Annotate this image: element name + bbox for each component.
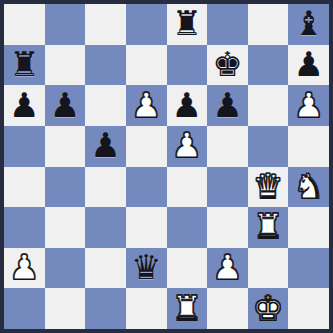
square-a3[interactable] [4,207,45,248]
square-d4[interactable] [126,167,167,208]
chess-board-frame: ♜♝♜♚♟♟♟♟♟♟♟♟♟♛♞♜♟♛♟♜♚ [0,0,333,333]
square-h6[interactable]: ♟ [288,85,329,126]
square-a7[interactable]: ♜ [4,45,45,86]
piece-white-pawn[interactable]: ♟ [212,250,242,284]
square-h1[interactable] [288,288,329,329]
square-b7[interactable] [45,45,86,86]
piece-black-king[interactable]: ♚ [212,47,242,81]
square-b3[interactable] [45,207,86,248]
piece-white-rook[interactable]: ♜ [253,209,283,243]
square-b8[interactable] [45,4,86,45]
piece-black-rook[interactable]: ♜ [172,6,202,40]
piece-white-pawn[interactable]: ♟ [293,88,323,122]
square-h4[interactable]: ♞ [288,167,329,208]
square-b4[interactable] [45,167,86,208]
square-b2[interactable] [45,248,86,289]
square-c3[interactable] [85,207,126,248]
piece-black-pawn[interactable]: ♟ [212,88,242,122]
square-f3[interactable] [207,207,248,248]
square-d8[interactable] [126,4,167,45]
piece-white-king[interactable]: ♚ [253,291,283,325]
square-g5[interactable] [248,126,289,167]
square-g8[interactable] [248,4,289,45]
square-a6[interactable]: ♟ [4,85,45,126]
square-d1[interactable] [126,288,167,329]
square-c6[interactable] [85,85,126,126]
piece-white-rook[interactable]: ♜ [172,291,202,325]
square-h3[interactable] [288,207,329,248]
square-f4[interactable] [207,167,248,208]
square-h7[interactable]: ♟ [288,45,329,86]
square-c5[interactable]: ♟ [85,126,126,167]
square-g4[interactable]: ♛ [248,167,289,208]
square-b1[interactable] [45,288,86,329]
square-d5[interactable] [126,126,167,167]
square-b6[interactable]: ♟ [45,85,86,126]
square-e6[interactable]: ♟ [167,85,208,126]
square-g7[interactable] [248,45,289,86]
square-f6[interactable]: ♟ [207,85,248,126]
square-g1[interactable]: ♚ [248,288,289,329]
piece-black-pawn[interactable]: ♟ [90,128,120,162]
square-c7[interactable] [85,45,126,86]
square-a4[interactable] [4,167,45,208]
square-c1[interactable] [85,288,126,329]
chess-board: ♜♝♜♚♟♟♟♟♟♟♟♟♟♛♞♜♟♛♟♜♚ [4,4,329,329]
square-g2[interactable] [248,248,289,289]
square-e7[interactable] [167,45,208,86]
square-e3[interactable] [167,207,208,248]
piece-black-pawn[interactable]: ♟ [50,88,80,122]
piece-white-knight[interactable]: ♞ [293,169,323,203]
square-c2[interactable] [85,248,126,289]
square-g6[interactable] [248,85,289,126]
square-a5[interactable] [4,126,45,167]
piece-white-pawn[interactable]: ♟ [9,250,39,284]
square-c8[interactable] [85,4,126,45]
square-e8[interactable]: ♜ [167,4,208,45]
square-a2[interactable]: ♟ [4,248,45,289]
square-d6[interactable]: ♟ [126,85,167,126]
square-d7[interactable] [126,45,167,86]
square-h2[interactable] [288,248,329,289]
square-h8[interactable]: ♝ [288,4,329,45]
piece-black-pawn[interactable]: ♟ [172,88,202,122]
piece-black-queen[interactable]: ♛ [131,250,161,284]
square-d3[interactable] [126,207,167,248]
square-f2[interactable]: ♟ [207,248,248,289]
square-e5[interactable]: ♟ [167,126,208,167]
square-a8[interactable] [4,4,45,45]
piece-white-pawn[interactable]: ♟ [172,128,202,162]
piece-white-pawn[interactable]: ♟ [131,88,161,122]
piece-black-bishop[interactable]: ♝ [293,6,323,40]
square-g3[interactable]: ♜ [248,207,289,248]
piece-black-pawn[interactable]: ♟ [9,88,39,122]
square-e2[interactable] [167,248,208,289]
square-h5[interactable] [288,126,329,167]
piece-white-queen[interactable]: ♛ [253,169,283,203]
square-e1[interactable]: ♜ [167,288,208,329]
square-f8[interactable] [207,4,248,45]
square-a1[interactable] [4,288,45,329]
piece-black-rook[interactable]: ♜ [9,47,39,81]
square-f5[interactable] [207,126,248,167]
square-c4[interactable] [85,167,126,208]
square-d2[interactable]: ♛ [126,248,167,289]
piece-black-pawn[interactable]: ♟ [293,47,323,81]
square-b5[interactable] [45,126,86,167]
square-e4[interactable] [167,167,208,208]
square-f7[interactable]: ♚ [207,45,248,86]
square-f1[interactable] [207,288,248,329]
